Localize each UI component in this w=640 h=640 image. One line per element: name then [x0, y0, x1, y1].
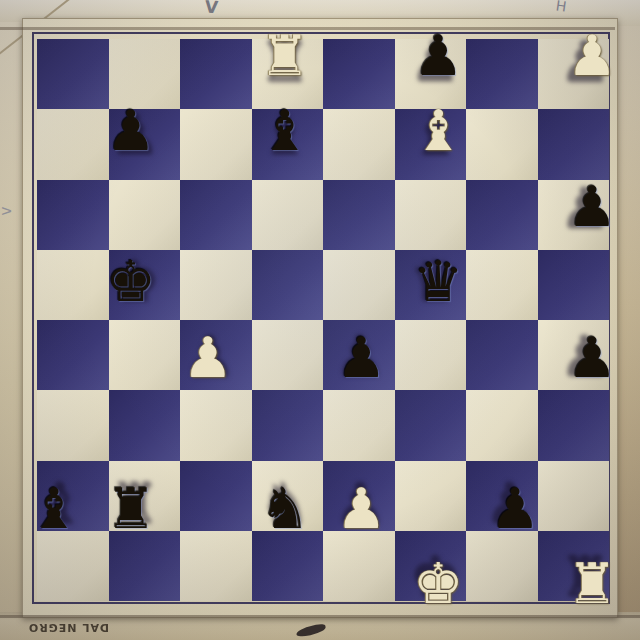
square-h7[interactable] [538, 109, 610, 179]
white-pawn[interactable]: ♟ [556, 21, 628, 91]
square-e3[interactable] [323, 390, 395, 460]
pencil-mark-top: V [204, 0, 219, 17]
square-g8[interactable] [466, 39, 538, 109]
square-c5[interactable] [180, 250, 252, 320]
pencil-mark-left: v [0, 207, 15, 216]
square-g4[interactable] [466, 320, 538, 390]
square-e6[interactable] [323, 180, 395, 250]
white-bishop[interactable]: ♝ [403, 96, 475, 166]
square-c3[interactable] [180, 390, 252, 460]
square-b6[interactable] [109, 180, 181, 250]
square-a4[interactable] [37, 320, 109, 390]
square-g3[interactable] [466, 390, 538, 460]
square-b2[interactable]: ♜ [109, 461, 181, 531]
square-c6[interactable] [180, 180, 252, 250]
square-e7[interactable] [323, 109, 395, 179]
square-e2[interactable]: ♟ [323, 461, 395, 531]
square-h8[interactable]: ♟ [538, 39, 610, 109]
square-h4[interactable]: ♟ [538, 320, 610, 390]
black-pawn[interactable]: ♟ [95, 96, 167, 166]
square-d4[interactable] [252, 320, 324, 390]
square-c2[interactable] [180, 461, 252, 531]
maker-brand-text: DAL NEGRO [28, 621, 109, 634]
square-h6[interactable]: ♟ [538, 180, 610, 250]
square-f6[interactable] [395, 180, 467, 250]
photo-scene: ♜♟♟♟♝♝♟♚♛♟♟♟♝♜♞♟♟♚♜ V H v DAL NEGRO [0, 0, 640, 640]
square-d7[interactable]: ♝ [252, 109, 324, 179]
white-king[interactable]: ♚ [403, 549, 475, 619]
square-d3[interactable] [252, 390, 324, 460]
square-f4[interactable] [395, 320, 467, 390]
white-rook[interactable]: ♜ [249, 21, 320, 91]
square-b7[interactable]: ♟ [109, 109, 181, 179]
square-b3[interactable] [109, 390, 181, 460]
chess-board: ♜♟♟♟♝♝♟♚♛♟♟♟♝♜♞♟♟♚♜ [22, 18, 618, 618]
square-c4[interactable]: ♟ [180, 320, 252, 390]
square-e4[interactable]: ♟ [323, 320, 395, 390]
square-c1[interactable] [180, 531, 252, 601]
square-c8[interactable] [180, 39, 252, 109]
square-e8[interactable] [323, 39, 395, 109]
black-pawn[interactable]: ♟ [556, 323, 628, 393]
board-grid: ♜♟♟♟♝♝♟♚♛♟♟♟♝♜♞♟♟♚♜ [37, 39, 609, 601]
square-e5[interactable] [323, 250, 395, 320]
square-b5[interactable]: ♚ [109, 250, 181, 320]
black-bishop[interactable]: ♝ [18, 474, 90, 544]
black-pawn[interactable]: ♟ [403, 21, 475, 91]
black-pawn[interactable]: ♟ [479, 474, 551, 544]
pencil-mark-top-right: H [555, 0, 568, 15]
square-f5[interactable]: ♛ [395, 250, 467, 320]
black-king[interactable]: ♚ [95, 247, 167, 317]
square-g7[interactable] [466, 109, 538, 179]
black-knight[interactable]: ♞ [249, 474, 320, 544]
square-f7[interactable]: ♝ [395, 109, 467, 179]
square-g2[interactable]: ♟ [466, 461, 538, 531]
black-pawn[interactable]: ♟ [556, 172, 628, 242]
square-a6[interactable] [37, 180, 109, 250]
black-queen[interactable]: ♛ [403, 247, 475, 317]
square-f3[interactable] [395, 390, 467, 460]
black-bishop[interactable]: ♝ [249, 96, 320, 166]
square-f2[interactable] [395, 461, 467, 531]
square-a3[interactable] [37, 390, 109, 460]
white-pawn[interactable]: ♟ [172, 323, 244, 393]
square-g5[interactable] [466, 250, 538, 320]
square-d5[interactable] [252, 250, 324, 320]
maker-logo [295, 623, 326, 638]
square-f1[interactable]: ♚ [395, 531, 467, 601]
white-pawn[interactable]: ♟ [326, 474, 398, 544]
square-b4[interactable] [109, 320, 181, 390]
square-g6[interactable] [466, 180, 538, 250]
square-d6[interactable] [252, 180, 324, 250]
square-h3[interactable] [538, 390, 610, 460]
black-pawn[interactable]: ♟ [326, 323, 398, 393]
square-c7[interactable] [180, 109, 252, 179]
square-d2[interactable]: ♞ [252, 461, 324, 531]
black-rook[interactable]: ♜ [95, 474, 167, 544]
white-rook[interactable]: ♜ [556, 549, 628, 619]
square-h5[interactable] [538, 250, 610, 320]
